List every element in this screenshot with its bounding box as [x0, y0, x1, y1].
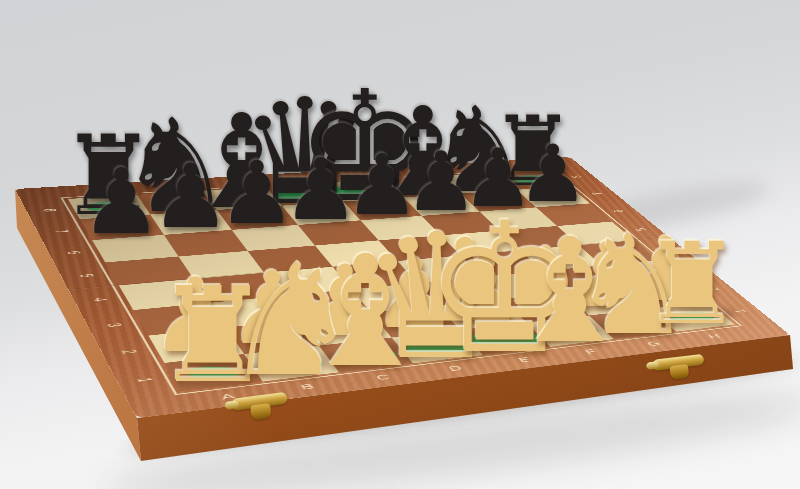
rank-label-right-7: 7 [589, 192, 604, 195]
rank-label-left-3: 3 [105, 322, 126, 328]
rank-label-left-2: 2 [119, 349, 140, 355]
piece-white-rook-h1[interactable]: ♜ [641, 229, 742, 342]
rank-label-left-8: 8 [42, 208, 60, 212]
rank-label-left-5: 5 [77, 273, 97, 278]
clasp-tongue [669, 364, 689, 380]
studio-backdrop: ABCDEFGH8877665544332211 ♜♞♝♛♚♝♞♜♟♟♟♟♟♟♟… [0, 0, 800, 489]
rank-label-left-4: 4 [91, 297, 111, 302]
piece-black-pawn-a7[interactable]: ♟ [81, 157, 162, 247]
